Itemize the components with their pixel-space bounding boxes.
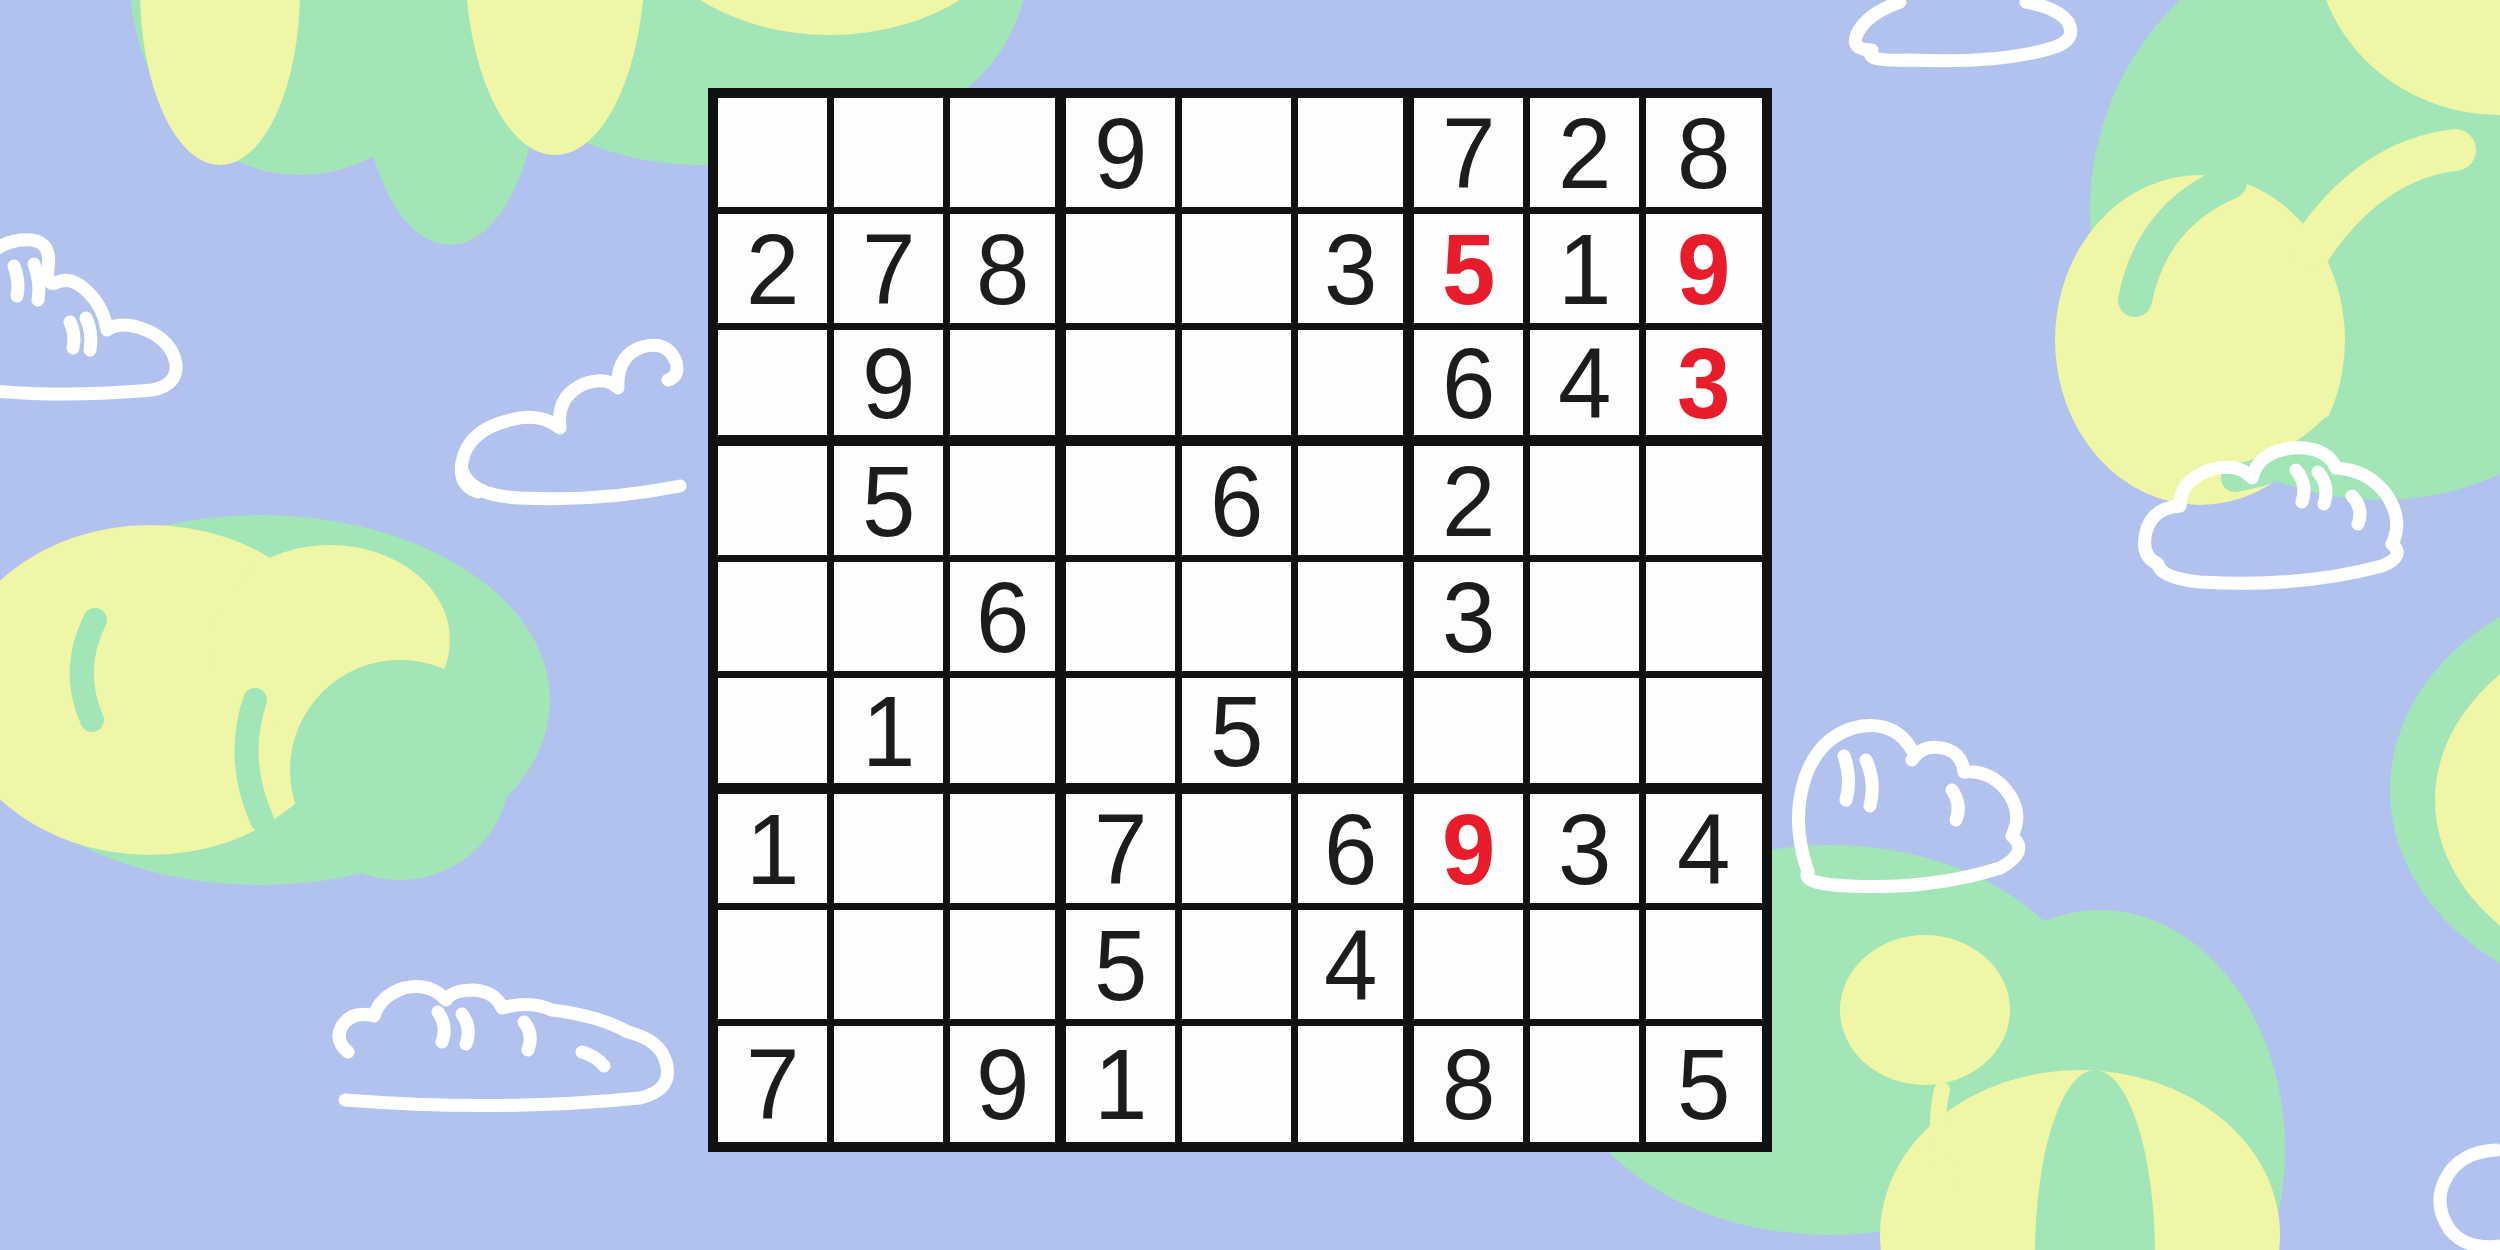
cell-r5c3[interactable]: 6 [950,562,1066,678]
given-digit: 9 [976,1034,1029,1134]
cell-r3c5[interactable] [1182,330,1298,446]
cell-r8c4[interactable]: 5 [1066,910,1182,1026]
cell-r2c5[interactable] [1182,214,1298,330]
cell-r9c3[interactable]: 9 [950,1026,1066,1142]
given-digit: 4 [1558,333,1611,433]
cell-r5c7[interactable]: 3 [1414,562,1530,678]
given-digit: 6 [1442,333,1495,433]
outline-cloud-left-edge [0,240,176,394]
cell-r6c8[interactable] [1530,678,1646,794]
cell-r3c9[interactable]: 3 [1646,330,1762,446]
cell-r4c4[interactable] [1066,446,1182,562]
outline-cloud-bottom-left [339,987,667,1106]
cell-r7c9[interactable]: 4 [1646,794,1762,910]
cell-r2c9[interactable]: 9 [1646,214,1762,330]
cell-r2c1[interactable]: 2 [718,214,834,330]
cell-r3c1[interactable] [718,330,834,446]
cell-r6c3[interactable] [950,678,1066,794]
cell-r4c2[interactable]: 5 [834,446,950,562]
cell-r9c6[interactable] [1298,1026,1414,1142]
cell-r3c2[interactable]: 9 [834,330,950,446]
cell-r9c2[interactable] [834,1026,950,1142]
cell-r8c1[interactable] [718,910,834,1026]
cell-r6c2[interactable]: 1 [834,678,950,794]
given-digit: 1 [862,681,915,781]
cell-r5c2[interactable] [834,562,950,678]
cell-r2c4[interactable] [1066,214,1182,330]
given-digit: 5 [862,451,915,551]
given-digit: 8 [1442,1034,1495,1134]
cell-r7c4[interactable]: 7 [1066,794,1182,910]
outline-cloud-bottom-right-corner [2440,1150,2500,1247]
cell-r6c5[interactable]: 5 [1182,678,1298,794]
cell-r9c4[interactable]: 1 [1066,1026,1182,1142]
given-digit: 7 [862,219,915,319]
cell-r1c6[interactable] [1298,98,1414,214]
cell-r1c4[interactable]: 9 [1066,98,1182,214]
cell-r3c4[interactable] [1066,330,1182,446]
given-digit: 3 [1324,219,1377,319]
cell-r7c3[interactable] [950,794,1066,910]
outline-cloud-top-right [1855,2,2070,61]
given-digit: 4 [1324,915,1377,1015]
given-digit: 3 [1558,799,1611,899]
given-digit: 6 [1210,451,1263,551]
cell-r6c4[interactable] [1066,678,1182,794]
given-digit: 9 [1677,219,1730,319]
cell-r9c1[interactable]: 7 [718,1026,834,1142]
cell-r5c4[interactable] [1066,562,1182,678]
cell-r8c5[interactable] [1182,910,1298,1026]
cell-r4c5[interactable]: 6 [1182,446,1298,562]
cell-r7c1[interactable]: 1 [718,794,834,910]
cell-r4c3[interactable] [950,446,1066,562]
cell-r4c6[interactable] [1298,446,1414,562]
cell-r9c8[interactable] [1530,1026,1646,1142]
given-digit: 1 [746,799,799,899]
cloud-right-edge [2390,575,2500,1005]
cell-r8c2[interactable] [834,910,950,1026]
given-digit: 2 [746,219,799,319]
cell-r7c5[interactable] [1182,794,1298,910]
cell-r6c9[interactable] [1646,678,1762,794]
cell-r3c7[interactable]: 6 [1414,330,1530,446]
cell-r9c9[interactable]: 5 [1646,1026,1762,1142]
sudoku-scene: 97282783519964356263151769345479185 [0,0,2500,1250]
cell-r8c9[interactable] [1646,910,1762,1026]
given-digit: 5 [1442,219,1495,319]
cell-r7c6[interactable]: 6 [1298,794,1414,910]
given-digit: 5 [1094,915,1147,1015]
given-digit: 8 [1677,103,1730,203]
cell-r4c1[interactable] [718,446,834,562]
given-digit: 3 [1442,567,1495,667]
cell-r3c8[interactable]: 4 [1530,330,1646,446]
cell-r2c7[interactable]: 5 [1414,214,1530,330]
cell-r6c7[interactable] [1414,678,1530,794]
cell-r6c6[interactable] [1298,678,1414,794]
cell-r5c8[interactable] [1530,562,1646,678]
cell-r8c8[interactable] [1530,910,1646,1026]
outline-cloud-mid-left [461,345,680,498]
given-digit: 9 [1094,103,1147,203]
given-digit: 6 [976,567,1029,667]
cell-r8c7[interactable] [1414,910,1530,1026]
cell-r1c1[interactable] [718,98,834,214]
cell-r2c2[interactable]: 7 [834,214,950,330]
cloud-top-right [2055,0,2500,505]
cell-r8c6[interactable]: 4 [1298,910,1414,1026]
cell-r1c3[interactable] [950,98,1066,214]
given-digit: 5 [1210,681,1263,781]
cell-r3c3[interactable] [950,330,1066,446]
given-digit: 7 [1442,103,1495,203]
cell-r2c6[interactable]: 3 [1298,214,1414,330]
given-digit: 3 [1677,333,1730,433]
cell-r1c5[interactable] [1182,98,1298,214]
given-digit: 1 [1558,219,1611,319]
given-digit: 2 [1558,103,1611,203]
given-digit: 6 [1324,799,1377,899]
cell-r9c5[interactable] [1182,1026,1298,1142]
given-digit: 7 [1094,799,1147,899]
cell-r1c7[interactable]: 7 [1414,98,1530,214]
sudoku-grid: 97282783519964356263151769345479185 [718,98,1762,1142]
given-digit: 4 [1677,799,1730,899]
cell-r7c8[interactable]: 3 [1530,794,1646,910]
cell-r3c6[interactable] [1298,330,1414,446]
cell-r5c1[interactable] [718,562,834,678]
cell-r5c9[interactable] [1646,562,1762,678]
cell-r2c3[interactable]: 8 [950,214,1066,330]
sudoku-board: 97282783519964356263151769345479185 [708,88,1772,1152]
cell-r8c3[interactable] [950,910,1066,1026]
cell-r6c1[interactable] [718,678,834,794]
cell-r5c5[interactable] [1182,562,1298,678]
given-digit: 5 [1677,1034,1730,1134]
given-digit: 1 [1094,1034,1147,1134]
given-digit: 2 [1442,451,1495,551]
cell-r5c6[interactable] [1298,562,1414,678]
cloud-bottom-left [0,515,550,885]
cell-r7c2[interactable] [834,794,950,910]
given-digit: 9 [1442,799,1495,899]
cell-r9c7[interactable]: 8 [1414,1026,1530,1142]
cell-r4c9[interactable] [1646,446,1762,562]
given-digit: 9 [862,333,915,433]
cell-r7c7[interactable]: 9 [1414,794,1530,910]
cell-r1c8[interactable]: 2 [1530,98,1646,214]
cell-r2c8[interactable]: 1 [1530,214,1646,330]
cell-r1c2[interactable] [834,98,950,214]
given-digit: 7 [746,1034,799,1134]
cell-r1c9[interactable]: 8 [1646,98,1762,214]
cell-r4c8[interactable] [1530,446,1646,562]
cell-r4c7[interactable]: 2 [1414,446,1530,562]
given-digit: 8 [976,219,1029,319]
